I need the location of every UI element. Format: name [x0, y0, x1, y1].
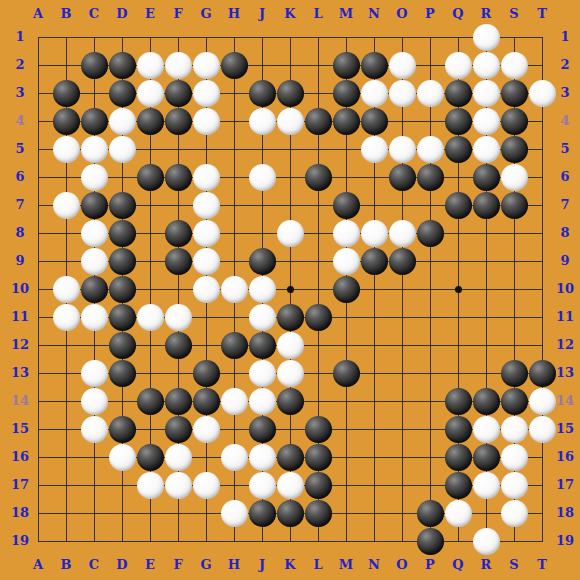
row-label-right-10: 10 [551, 281, 579, 297]
black-stone-N4 [361, 108, 388, 135]
white-stone-O2 [389, 52, 416, 79]
column-label-top-K: K [276, 6, 304, 22]
black-stone-L4 [305, 108, 332, 135]
white-stone-D4 [109, 108, 136, 135]
white-stone-M9 [333, 248, 360, 275]
black-stone-L15 [305, 416, 332, 443]
white-stone-B11 [53, 304, 80, 331]
black-stone-D3 [109, 80, 136, 107]
column-label-top-C: C [80, 6, 108, 22]
black-stone-F12 [165, 332, 192, 359]
black-stone-Q3 [445, 80, 472, 107]
column-label-top-G: G [192, 6, 220, 22]
white-stone-J6 [249, 164, 276, 191]
white-stone-B5 [53, 136, 80, 163]
row-label-right-11: 11 [551, 309, 579, 325]
black-stone-B3 [53, 80, 80, 107]
black-stone-P8 [417, 220, 444, 247]
white-stone-N3 [361, 80, 388, 107]
white-stone-J14 [249, 388, 276, 415]
black-stone-E14 [137, 388, 164, 415]
white-stone-G15 [193, 416, 220, 443]
white-stone-K8 [277, 220, 304, 247]
row-label-right-12: 12 [551, 337, 579, 353]
white-stone-E11 [137, 304, 164, 331]
row-label-left-12: 12 [6, 337, 34, 353]
row-label-left-3: 3 [6, 85, 34, 101]
column-label-bottom-S: S [500, 557, 528, 573]
row-label-right-1: 1 [551, 29, 579, 45]
column-label-top-H: H [220, 6, 248, 22]
column-label-top-O: O [388, 6, 416, 22]
white-stone-R5 [473, 136, 500, 163]
black-stone-J18 [249, 500, 276, 527]
white-stone-S18 [501, 500, 528, 527]
black-stone-D15 [109, 416, 136, 443]
column-label-top-P: P [416, 6, 444, 22]
star-point [455, 286, 462, 293]
row-label-right-4: 4 [551, 113, 579, 129]
row-label-left-14: 14 [6, 393, 34, 409]
row-label-left-16: 16 [6, 449, 34, 465]
black-stone-F15 [165, 416, 192, 443]
row-label-right-3: 3 [551, 85, 579, 101]
black-stone-S4 [501, 108, 528, 135]
black-stone-M4 [333, 108, 360, 135]
black-stone-M3 [333, 80, 360, 107]
black-stone-K3 [277, 80, 304, 107]
column-label-bottom-Q: Q [444, 557, 472, 573]
black-stone-L18 [305, 500, 332, 527]
column-label-top-F: F [164, 6, 192, 22]
black-stone-C10 [81, 276, 108, 303]
white-stone-P3 [417, 80, 444, 107]
white-stone-G6 [193, 164, 220, 191]
black-stone-F4 [165, 108, 192, 135]
white-stone-O3 [389, 80, 416, 107]
white-stone-D16 [109, 444, 136, 471]
white-stone-H16 [221, 444, 248, 471]
column-label-top-L: L [304, 6, 332, 22]
black-stone-M13 [333, 360, 360, 387]
row-label-left-1: 1 [6, 29, 34, 45]
black-stone-D13 [109, 360, 136, 387]
column-label-bottom-P: P [416, 557, 444, 573]
white-stone-F16 [165, 444, 192, 471]
black-stone-D12 [109, 332, 136, 359]
white-stone-O8 [389, 220, 416, 247]
row-label-left-18: 18 [6, 505, 34, 521]
black-stone-D11 [109, 304, 136, 331]
white-stone-G3 [193, 80, 220, 107]
white-stone-S2 [501, 52, 528, 79]
white-stone-G8 [193, 220, 220, 247]
black-stone-F8 [165, 220, 192, 247]
row-label-right-5: 5 [551, 141, 579, 157]
black-stone-L17 [305, 472, 332, 499]
white-stone-O5 [389, 136, 416, 163]
column-label-bottom-K: K [276, 557, 304, 573]
column-label-bottom-F: F [164, 557, 192, 573]
black-stone-C7 [81, 192, 108, 219]
black-stone-H2 [221, 52, 248, 79]
row-label-right-13: 13 [551, 365, 579, 381]
row-label-left-10: 10 [6, 281, 34, 297]
row-label-left-8: 8 [6, 225, 34, 241]
column-label-top-B: B [52, 6, 80, 22]
row-label-left-19: 19 [6, 533, 34, 549]
black-stone-Q5 [445, 136, 472, 163]
column-label-bottom-O: O [388, 557, 416, 573]
white-stone-B7 [53, 192, 80, 219]
row-label-left-13: 13 [6, 365, 34, 381]
column-label-top-J: J [248, 6, 276, 22]
row-label-right-19: 19 [551, 533, 579, 549]
white-stone-J16 [249, 444, 276, 471]
black-stone-M7 [333, 192, 360, 219]
black-stone-S7 [501, 192, 528, 219]
white-stone-J4 [249, 108, 276, 135]
white-stone-J17 [249, 472, 276, 499]
black-stone-O6 [389, 164, 416, 191]
black-stone-H12 [221, 332, 248, 359]
column-label-top-R: R [472, 6, 500, 22]
row-label-right-15: 15 [551, 421, 579, 437]
black-stone-Q14 [445, 388, 472, 415]
black-stone-S3 [501, 80, 528, 107]
black-stone-N9 [361, 248, 388, 275]
column-label-top-T: T [528, 6, 556, 22]
white-stone-H18 [221, 500, 248, 527]
black-stone-G13 [193, 360, 220, 387]
black-stone-J12 [249, 332, 276, 359]
white-stone-M8 [333, 220, 360, 247]
black-stone-J3 [249, 80, 276, 107]
white-stone-F17 [165, 472, 192, 499]
white-stone-Q2 [445, 52, 472, 79]
column-label-top-A: A [24, 6, 52, 22]
white-stone-Q18 [445, 500, 472, 527]
row-label-right-7: 7 [551, 197, 579, 213]
white-stone-S17 [501, 472, 528, 499]
black-stone-Q4 [445, 108, 472, 135]
row-label-right-9: 9 [551, 253, 579, 269]
black-stone-K16 [277, 444, 304, 471]
row-label-left-2: 2 [6, 57, 34, 73]
white-stone-B10 [53, 276, 80, 303]
black-stone-Q15 [445, 416, 472, 443]
white-stone-S6 [501, 164, 528, 191]
black-stone-P19 [417, 528, 444, 555]
white-stone-C6 [81, 164, 108, 191]
white-stone-G9 [193, 248, 220, 275]
column-label-bottom-E: E [136, 557, 164, 573]
white-stone-C9 [81, 248, 108, 275]
white-stone-K4 [277, 108, 304, 135]
column-label-top-S: S [500, 6, 528, 22]
column-label-top-E: E [136, 6, 164, 22]
black-stone-L16 [305, 444, 332, 471]
black-stone-O9 [389, 248, 416, 275]
black-stone-S5 [501, 136, 528, 163]
black-stone-E6 [137, 164, 164, 191]
row-label-right-14: 14 [551, 393, 579, 409]
black-stone-D9 [109, 248, 136, 275]
white-stone-C11 [81, 304, 108, 331]
black-stone-R6 [473, 164, 500, 191]
white-stone-R15 [473, 416, 500, 443]
white-stone-G7 [193, 192, 220, 219]
black-stone-E16 [137, 444, 164, 471]
column-label-bottom-G: G [192, 557, 220, 573]
column-label-top-Q: Q [444, 6, 472, 22]
column-label-bottom-B: B [52, 557, 80, 573]
black-stone-P6 [417, 164, 444, 191]
white-stone-E3 [137, 80, 164, 107]
black-stone-F3 [165, 80, 192, 107]
black-stone-R14 [473, 388, 500, 415]
white-stone-P5 [417, 136, 444, 163]
black-stone-R7 [473, 192, 500, 219]
column-label-top-D: D [108, 6, 136, 22]
black-stone-J15 [249, 416, 276, 443]
row-label-right-2: 2 [551, 57, 579, 73]
black-stone-N2 [361, 52, 388, 79]
row-label-left-7: 7 [6, 197, 34, 213]
white-stone-H10 [221, 276, 248, 303]
white-stone-J10 [249, 276, 276, 303]
white-stone-C13 [81, 360, 108, 387]
white-stone-E17 [137, 472, 164, 499]
black-stone-K11 [277, 304, 304, 331]
black-stone-L6 [305, 164, 332, 191]
white-stone-C8 [81, 220, 108, 247]
white-stone-G10 [193, 276, 220, 303]
black-stone-M2 [333, 52, 360, 79]
white-stone-S15 [501, 416, 528, 443]
white-stone-N8 [361, 220, 388, 247]
row-label-right-16: 16 [551, 449, 579, 465]
white-stone-R19 [473, 528, 500, 555]
black-stone-C2 [81, 52, 108, 79]
row-label-left-15: 15 [6, 421, 34, 437]
row-label-right-8: 8 [551, 225, 579, 241]
row-label-left-11: 11 [6, 309, 34, 325]
white-stone-G17 [193, 472, 220, 499]
column-label-top-M: M [332, 6, 360, 22]
black-stone-C4 [81, 108, 108, 135]
white-stone-J11 [249, 304, 276, 331]
column-label-bottom-R: R [472, 557, 500, 573]
white-stone-J13 [249, 360, 276, 387]
row-label-left-6: 6 [6, 169, 34, 185]
black-stone-D10 [109, 276, 136, 303]
white-stone-R1 [473, 24, 500, 51]
row-label-right-6: 6 [551, 169, 579, 185]
column-label-bottom-L: L [304, 557, 332, 573]
white-stone-F11 [165, 304, 192, 331]
black-stone-F14 [165, 388, 192, 415]
row-label-right-17: 17 [551, 477, 579, 493]
column-label-bottom-A: A [24, 557, 52, 573]
black-stone-Q7 [445, 192, 472, 219]
black-stone-K14 [277, 388, 304, 415]
black-stone-M10 [333, 276, 360, 303]
row-label-left-5: 5 [6, 141, 34, 157]
go-board-screenshot: AABBCCDDEEFFGGHHJJKKLLMMNNOOPPQQRRSSTT11… [0, 0, 580, 580]
black-stone-L11 [305, 304, 332, 331]
white-stone-G2 [193, 52, 220, 79]
white-stone-N5 [361, 136, 388, 163]
black-stone-S13 [501, 360, 528, 387]
white-stone-R3 [473, 80, 500, 107]
white-stone-S16 [501, 444, 528, 471]
black-stone-G14 [193, 388, 220, 415]
column-label-bottom-T: T [528, 557, 556, 573]
column-label-bottom-H: H [220, 557, 248, 573]
black-stone-P18 [417, 500, 444, 527]
row-label-left-9: 9 [6, 253, 34, 269]
white-stone-G4 [193, 108, 220, 135]
black-stone-B4 [53, 108, 80, 135]
black-stone-J9 [249, 248, 276, 275]
black-stone-D2 [109, 52, 136, 79]
white-stone-K17 [277, 472, 304, 499]
black-stone-F6 [165, 164, 192, 191]
black-stone-S14 [501, 388, 528, 415]
white-stone-R2 [473, 52, 500, 79]
row-label-left-4: 4 [6, 113, 34, 129]
black-stone-D7 [109, 192, 136, 219]
column-label-top-N: N [360, 6, 388, 22]
row-label-left-17: 17 [6, 477, 34, 493]
white-stone-E2 [137, 52, 164, 79]
white-stone-H14 [221, 388, 248, 415]
white-stone-R4 [473, 108, 500, 135]
white-stone-F2 [165, 52, 192, 79]
white-stone-K12 [277, 332, 304, 359]
black-stone-K18 [277, 500, 304, 527]
column-label-bottom-J: J [248, 557, 276, 573]
white-stone-D5 [109, 136, 136, 163]
black-stone-Q17 [445, 472, 472, 499]
star-point [287, 286, 294, 293]
column-label-bottom-N: N [360, 557, 388, 573]
column-label-bottom-D: D [108, 557, 136, 573]
black-stone-D8 [109, 220, 136, 247]
row-label-right-18: 18 [551, 505, 579, 521]
column-label-bottom-C: C [80, 557, 108, 573]
black-stone-Q16 [445, 444, 472, 471]
column-label-bottom-M: M [332, 557, 360, 573]
black-stone-E4 [137, 108, 164, 135]
white-stone-K13 [277, 360, 304, 387]
white-stone-C14 [81, 388, 108, 415]
white-stone-C5 [81, 136, 108, 163]
black-stone-R16 [473, 444, 500, 471]
white-stone-R17 [473, 472, 500, 499]
white-stone-C15 [81, 416, 108, 443]
black-stone-F9 [165, 248, 192, 275]
